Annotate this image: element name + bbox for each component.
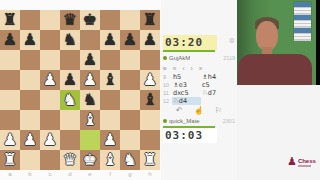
wall-calendar [294, 2, 311, 40]
gear-icon[interactable]: ⚙ [229, 37, 235, 45]
square-b8[interactable] [20, 10, 40, 30]
square-f8[interactable] [100, 10, 120, 30]
board-area: ♜♛♚♜♟♟♞♟♟♟♟♟♟♟♝♟♞♞♝♝♟♟♟♟♜♛♚♝♞♜ abcdefgh [0, 0, 161, 180]
move-number: 10 [163, 82, 172, 88]
move-black[interactable]: ♘d7 [201, 89, 230, 97]
square-h6[interactable] [140, 50, 160, 70]
move-row: 9h5♗h4 [163, 73, 236, 81]
square-c4[interactable] [40, 90, 60, 110]
square-g4[interactable] [120, 90, 140, 110]
square-b6[interactable] [20, 50, 40, 70]
webcam [237, 0, 316, 85]
online-dot [163, 119, 167, 123]
piece-black-rook[interactable]: ♜ [0, 10, 20, 30]
move-number: 9 [163, 74, 172, 80]
square-h8[interactable]: ♜ [140, 10, 160, 30]
move-number: 12 [163, 98, 172, 104]
first-move-icon[interactable]: « [173, 65, 177, 72]
piece-white-queen[interactable]: ♛ [60, 150, 80, 170]
square-g3[interactable] [120, 110, 140, 130]
square-d7[interactable]: ♞ [60, 30, 80, 50]
chess-logo: ♟ Chess [287, 156, 316, 168]
piece-white-knight[interactable]: ♞ [120, 150, 140, 170]
square-b5[interactable] [20, 70, 40, 90]
square-h5[interactable]: ♟ [140, 70, 160, 90]
square-a7[interactable]: ♟ [0, 30, 20, 50]
bottom-player-name[interactable]: quick_Mate [169, 118, 200, 124]
square-f1[interactable]: ♝ [100, 150, 120, 170]
move-black[interactable]: c5 [201, 81, 230, 89]
piece-white-knight[interactable]: ♞ [60, 90, 80, 110]
square-c5[interactable]: ♟ [40, 70, 60, 90]
square-d6[interactable] [60, 50, 80, 70]
square-a3[interactable] [0, 110, 20, 130]
square-b7[interactable]: ♟ [20, 30, 40, 50]
logo-text: Chess [298, 158, 316, 164]
game-actions: ↶ ☝ ⚐ [161, 106, 237, 115]
square-b3[interactable] [20, 110, 40, 130]
square-g2[interactable] [120, 130, 140, 150]
takeback-icon[interactable]: ↶ [176, 106, 183, 115]
top-time-bar [163, 50, 215, 52]
file-label: h [140, 170, 160, 179]
piece-black-pawn[interactable]: ♟ [0, 30, 20, 50]
square-d5[interactable]: ♟ [60, 70, 80, 90]
bottom-player-rating: 2301 [223, 118, 235, 124]
square-c8[interactable] [40, 10, 60, 30]
square-a1[interactable]: ♜ [0, 150, 20, 170]
square-e7[interactable] [80, 30, 100, 50]
square-f5[interactable]: ♝ [100, 70, 120, 90]
stream-frame: ♜♛♚♜♟♟♞♟♟♟♟♟♟♟♝♟♞♞♝♝♟♟♟♟♜♛♚♝♞♜ abcdefgh … [0, 0, 320, 180]
square-e5[interactable]: ♟ [80, 70, 100, 90]
square-b1[interactable] [20, 150, 40, 170]
square-d4[interactable]: ♞ [60, 90, 80, 110]
square-g5[interactable] [120, 70, 140, 90]
game-panel: 03:20 ⚙ GujAkM 2119 ≡ « ‹ › » 9h5♗h410♗e… [161, 0, 237, 180]
square-d1[interactable]: ♛ [60, 150, 80, 170]
piece-black-pawn[interactable]: ♟ [120, 30, 140, 50]
square-h4[interactable]: ♝ [140, 90, 160, 110]
piece-white-bishop[interactable]: ♝ [80, 110, 100, 130]
square-g8[interactable] [120, 10, 140, 30]
square-f6[interactable] [100, 50, 120, 70]
move-list: 9h5♗h410♗e3c511dxc5♘d712♘d4 [163, 73, 236, 105]
square-e6[interactable]: ♟ [80, 50, 100, 70]
piece-white-rook[interactable]: ♜ [0, 150, 20, 170]
piece-black-pawn[interactable]: ♟ [20, 30, 40, 50]
last-move-icon[interactable]: » [199, 65, 203, 72]
bottom-player-row: quick_Mate 2301 [163, 117, 235, 125]
square-f4[interactable] [100, 90, 120, 110]
menu-board-icon[interactable]: ≡ [163, 65, 167, 72]
square-a6[interactable] [0, 50, 20, 70]
piece-black-rook[interactable]: ♜ [140, 10, 160, 30]
logo-subtext [298, 165, 311, 167]
square-e4[interactable]: ♞ [80, 90, 100, 110]
piece-white-pawn[interactable]: ♟ [140, 70, 160, 90]
logo-pawn-icon: ♟ [287, 156, 297, 168]
piece-black-knight[interactable]: ♞ [80, 90, 100, 110]
square-a5[interactable] [0, 70, 20, 90]
square-d2[interactable] [60, 130, 80, 150]
piece-white-rook[interactable]: ♜ [140, 150, 160, 170]
square-f2[interactable]: ♟ [100, 130, 120, 150]
piece-black-queen[interactable]: ♛ [60, 10, 80, 30]
chess-board[interactable]: ♜♛♚♜♟♟♞♟♟♟♟♟♟♟♝♟♞♞♝♝♟♟♟♟♜♛♚♝♞♜ [0, 10, 160, 170]
streamer-shirt [238, 54, 312, 85]
square-h7[interactable]: ♟ [140, 30, 160, 50]
piece-white-pawn[interactable]: ♟ [40, 130, 60, 150]
file-label: f [100, 170, 120, 179]
bottom-clock: 03:03 [163, 128, 217, 143]
square-e2[interactable] [80, 130, 100, 150]
file-label: g [120, 170, 140, 179]
file-label: d [60, 170, 80, 179]
square-a4[interactable] [0, 90, 20, 110]
move-row: 11dxc5♘d7 [163, 89, 236, 97]
piece-white-pawn[interactable]: ♟ [0, 130, 20, 150]
square-e8[interactable]: ♚ [80, 10, 100, 30]
draw-offer-icon[interactable]: ☝ [194, 106, 204, 115]
file-label: a [0, 170, 20, 179]
file-label: e [80, 170, 100, 179]
move-nav: ≡ « ‹ › » [163, 64, 235, 72]
square-b2[interactable]: ♟ [20, 130, 40, 150]
square-g6[interactable] [120, 50, 140, 70]
square-c2[interactable]: ♟ [40, 130, 60, 150]
square-g7[interactable]: ♟ [120, 30, 140, 50]
piece-black-pawn[interactable]: ♟ [100, 30, 120, 50]
square-h3[interactable] [140, 110, 160, 130]
top-player-rating: 2119 [223, 55, 235, 61]
piece-black-pawn[interactable]: ♟ [80, 50, 100, 70]
square-a8[interactable]: ♜ [0, 10, 20, 30]
file-label: b [20, 170, 40, 179]
file-labels: abcdefgh [0, 170, 160, 179]
square-h2[interactable] [140, 130, 160, 150]
square-e1[interactable]: ♚ [80, 150, 100, 170]
file-label: c [40, 170, 60, 179]
square-g1[interactable]: ♞ [120, 150, 140, 170]
move-black[interactable]: ♗h4 [201, 73, 230, 81]
move-white[interactable]: dxc5 [172, 89, 201, 97]
square-c3[interactable] [40, 110, 60, 130]
previous-move-icon[interactable]: ‹ [182, 65, 184, 72]
square-c1[interactable] [40, 150, 60, 170]
move-row: 12♘d4 [163, 97, 236, 105]
square-f3[interactable] [100, 110, 120, 130]
top-clock: 03:20 [163, 35, 217, 50]
online-dot [163, 56, 167, 60]
square-c6[interactable] [40, 50, 60, 70]
piece-black-bishop[interactable]: ♝ [100, 70, 120, 90]
move-number: 11 [163, 90, 172, 96]
square-a2[interactable]: ♟ [0, 130, 20, 150]
move-white[interactable]: ♘d4 [172, 97, 201, 105]
piece-black-bishop[interactable]: ♝ [140, 90, 160, 110]
piece-white-bishop[interactable]: ♝ [100, 150, 120, 170]
piece-black-king[interactable]: ♚ [80, 10, 100, 30]
piece-white-pawn[interactable]: ♟ [20, 130, 40, 150]
resign-flag-icon[interactable]: ⚐ [215, 106, 222, 115]
top-player-row: GujAkM 2119 [163, 54, 235, 62]
webcam-edge-bar [316, 0, 320, 85]
piece-white-pawn[interactable]: ♟ [40, 70, 60, 90]
piece-black-pawn[interactable]: ♟ [140, 30, 160, 50]
move-white[interactable]: ♗e3 [172, 81, 201, 89]
streamer-face [256, 21, 278, 50]
square-b4[interactable] [20, 90, 40, 110]
square-d8[interactable]: ♛ [60, 10, 80, 30]
piece-black-pawn[interactable]: ♟ [60, 70, 80, 90]
next-move-icon[interactable]: › [191, 65, 193, 72]
square-e3[interactable]: ♝ [80, 110, 100, 130]
piece-black-knight[interactable]: ♞ [60, 30, 80, 50]
piece-white-pawn[interactable]: ♟ [80, 70, 100, 90]
move-white[interactable]: h5 [172, 73, 201, 81]
square-d3[interactable] [60, 110, 80, 130]
square-c7[interactable] [40, 30, 60, 50]
top-player-name[interactable]: GujAkM [169, 55, 190, 61]
piece-white-pawn[interactable]: ♟ [100, 130, 120, 150]
square-f7[interactable]: ♟ [100, 30, 120, 50]
move-row: 10♗e3c5 [163, 81, 236, 89]
piece-white-king[interactable]: ♚ [80, 150, 100, 170]
square-h1[interactable]: ♜ [140, 150, 160, 170]
